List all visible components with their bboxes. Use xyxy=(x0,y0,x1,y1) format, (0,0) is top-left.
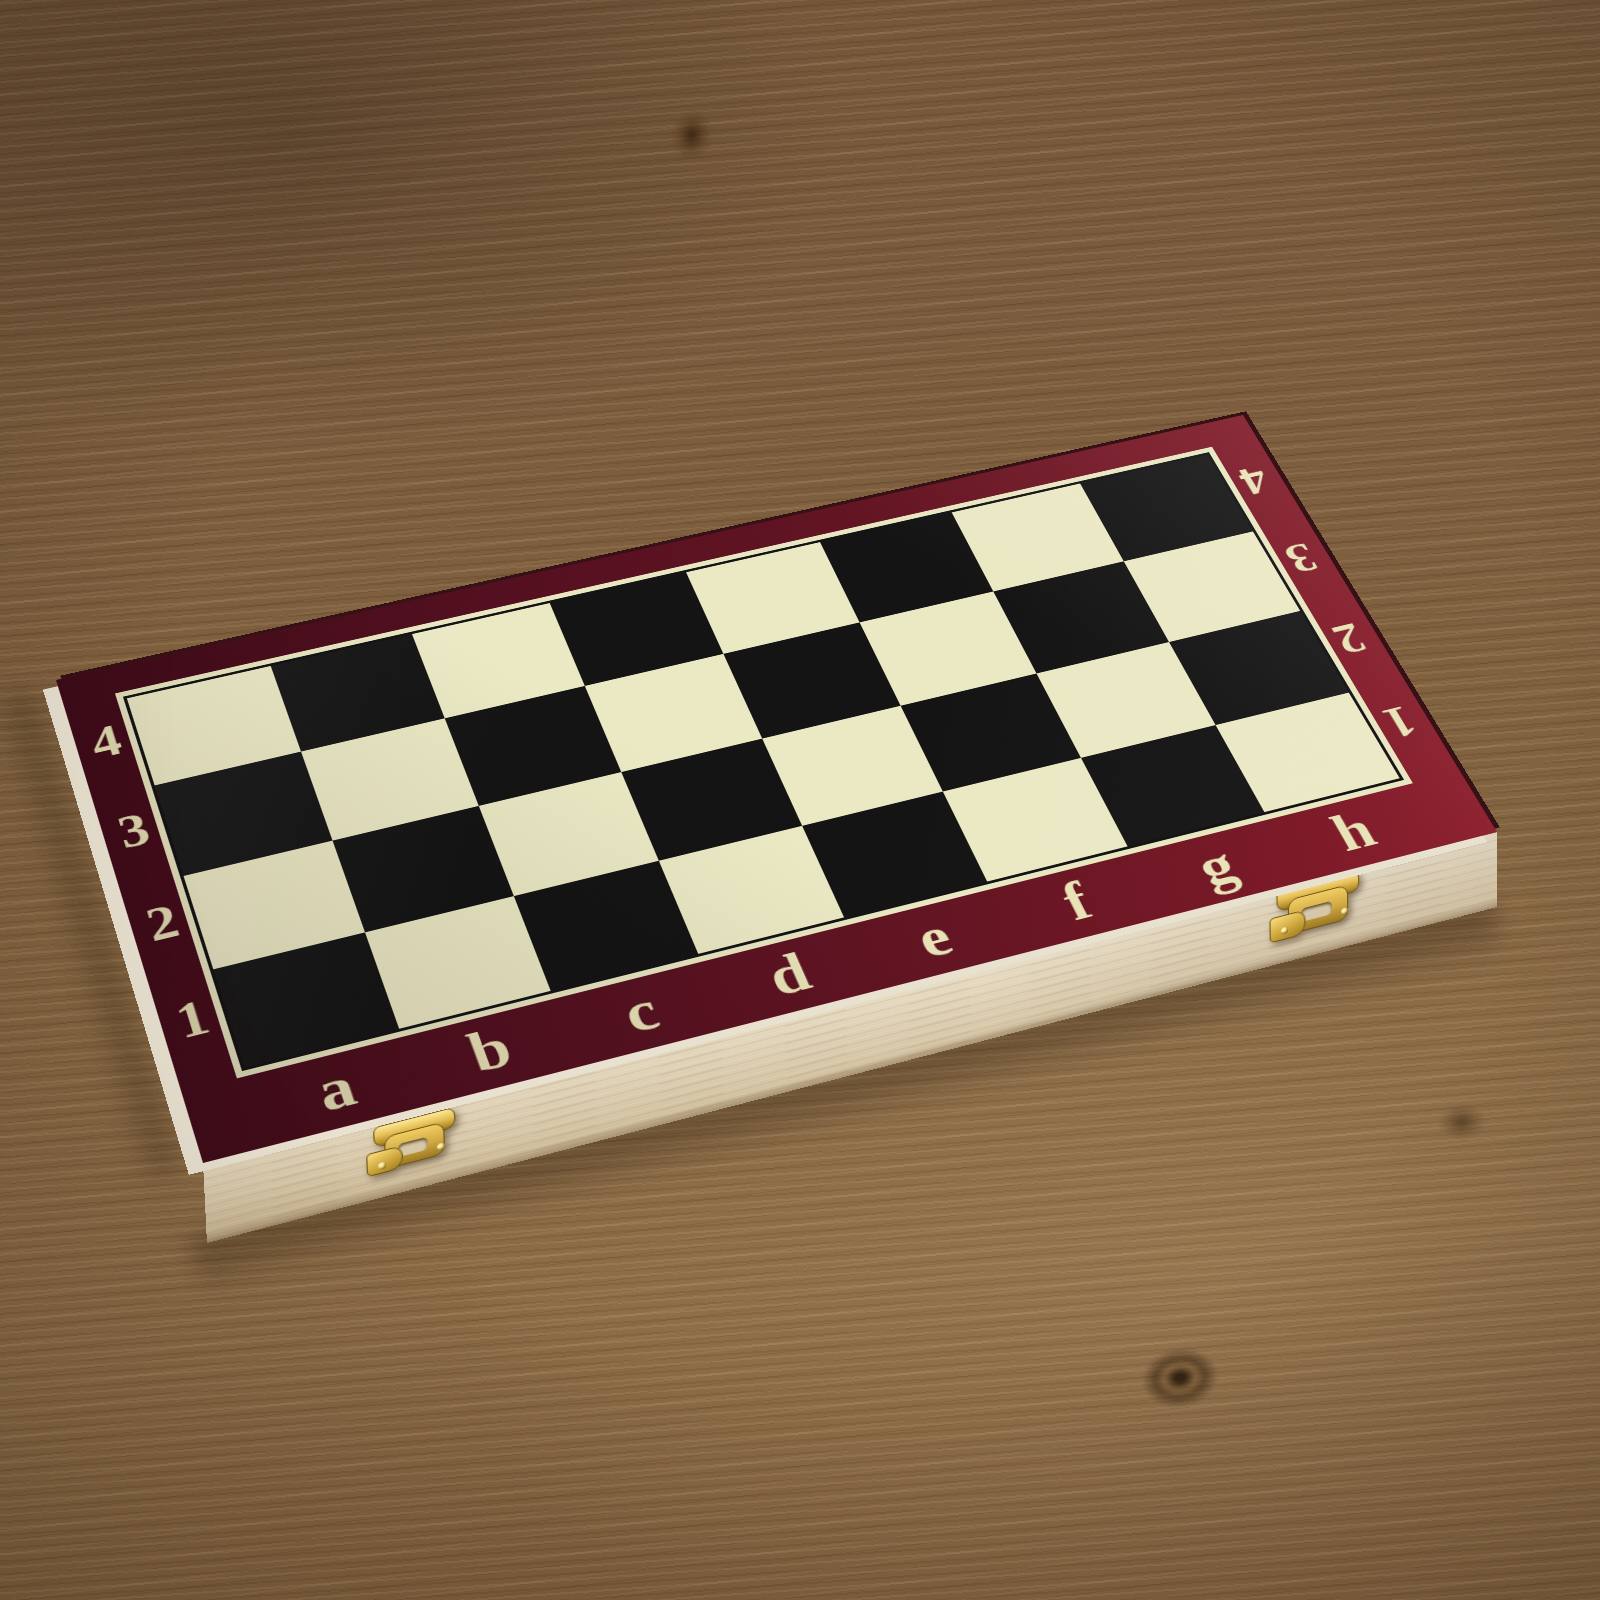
rank-label-left-3: 3 xyxy=(113,806,155,856)
rank-label-right-1: 1 xyxy=(1375,699,1425,746)
clasp-catch xyxy=(1270,910,1306,943)
rank-label-left-2: 2 xyxy=(141,897,184,949)
file-label-e: e xyxy=(907,908,960,967)
clasp-catch xyxy=(366,1145,403,1177)
file-label-c: c xyxy=(615,981,666,1042)
file-label-b: b xyxy=(461,1018,519,1082)
rank-label-right-3: 3 xyxy=(1277,536,1324,579)
file-label-d: d xyxy=(759,943,818,1005)
rank-label-left-4: 4 xyxy=(86,718,127,766)
file-label-g: g xyxy=(1187,837,1245,895)
rank-label-left-1: 1 xyxy=(170,993,214,1047)
clasp-screw xyxy=(437,1142,445,1151)
file-label-h: h xyxy=(1322,802,1384,860)
file-label-a: a xyxy=(309,1057,362,1121)
product-photo: 44332211abcdefgh xyxy=(0,0,1600,1600)
file-label-f: f xyxy=(1053,873,1100,929)
rank-label-right-2: 2 xyxy=(1325,616,1373,661)
rank-label-right-4: 4 xyxy=(1231,460,1277,502)
